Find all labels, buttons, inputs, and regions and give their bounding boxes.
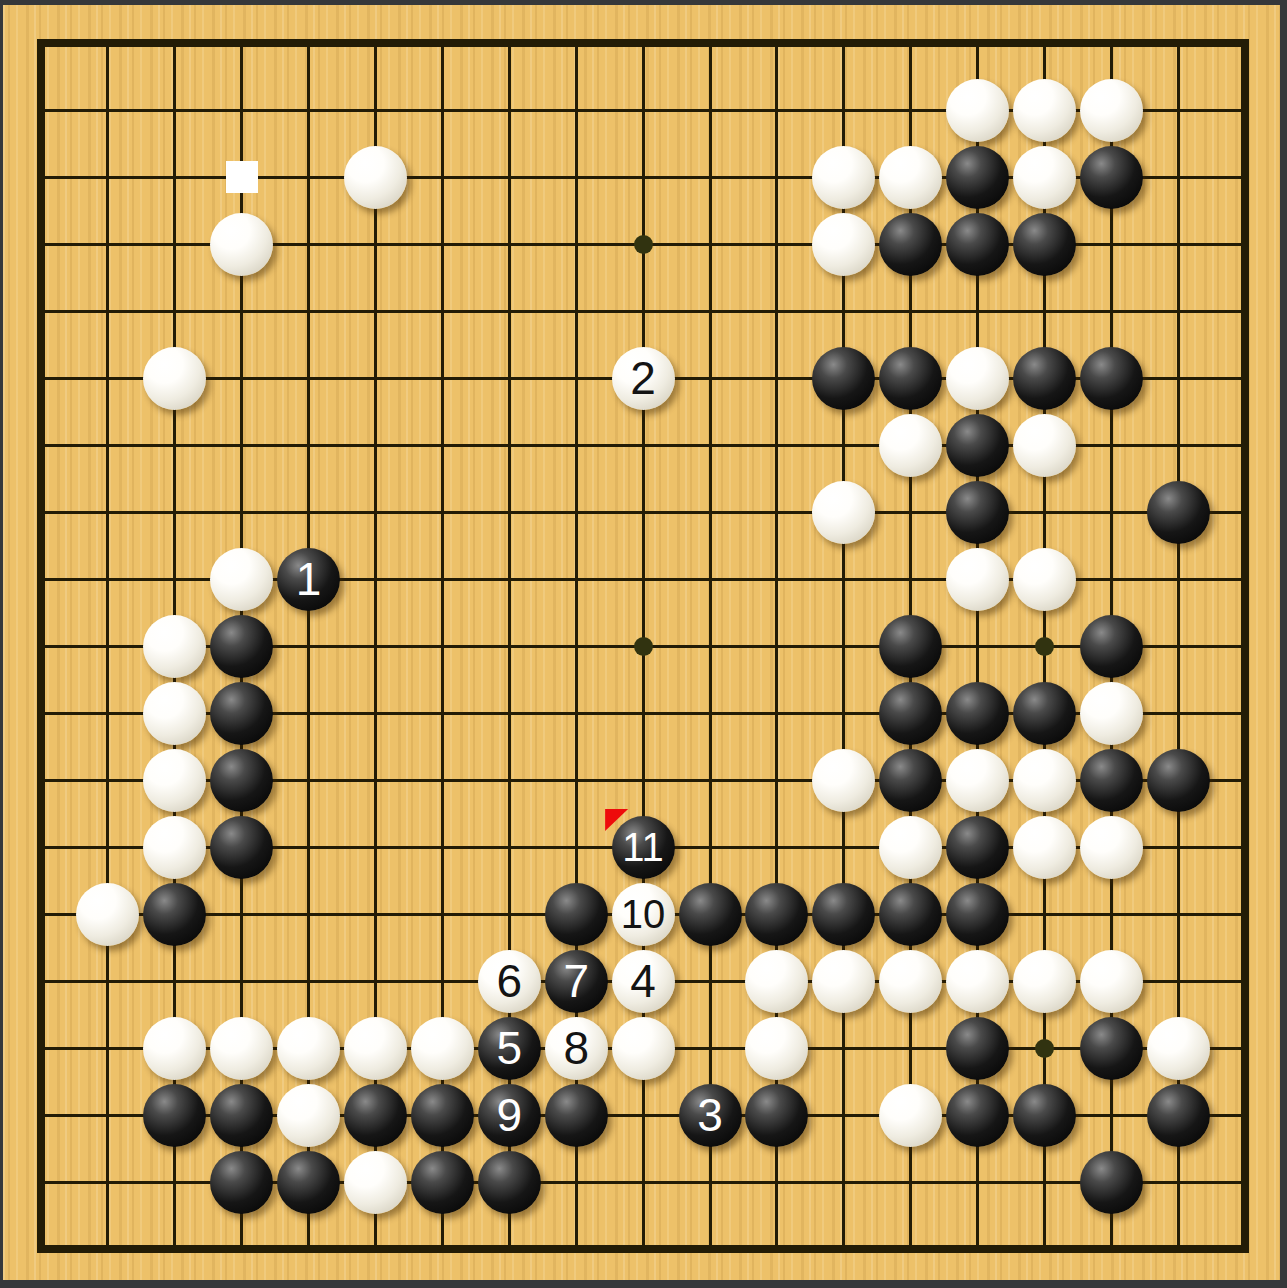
go-board: 2111106745893 — [3, 5, 1280, 1280]
stone-black-17-3[interactable] — [1080, 146, 1143, 209]
stone-black-15-8[interactable] — [946, 481, 1009, 544]
stone-white-5-17[interactable] — [277, 1084, 340, 1147]
star-point-10-4 — [634, 235, 653, 254]
stone-black-7-17[interactable] — [411, 1084, 474, 1147]
stone-black-5-9[interactable]: 1 — [277, 548, 340, 611]
stone-white-4-9[interactable] — [210, 548, 273, 611]
stone-white-8-15[interactable]: 6 — [478, 950, 541, 1013]
stone-black-15-7[interactable] — [946, 414, 1009, 477]
stone-black-4-12[interactable] — [210, 749, 273, 812]
move-number-label: 1 — [296, 556, 322, 602]
stone-white-14-7[interactable] — [879, 414, 942, 477]
stone-black-6-17[interactable] — [344, 1084, 407, 1147]
stone-black-14-6[interactable] — [879, 347, 942, 410]
stone-white-3-13[interactable] — [143, 816, 206, 879]
stone-black-14-11[interactable] — [879, 682, 942, 745]
stone-black-9-15[interactable]: 7 — [545, 950, 608, 1013]
stone-black-3-14[interactable] — [143, 883, 206, 946]
stone-white-17-15[interactable] — [1080, 950, 1143, 1013]
stone-white-3-11[interactable] — [143, 682, 206, 745]
stone-white-2-14[interactable] — [76, 883, 139, 946]
stone-white-12-15[interactable] — [745, 950, 808, 1013]
stone-white-9-16[interactable]: 8 — [545, 1017, 608, 1080]
stone-black-5-18[interactable] — [277, 1151, 340, 1214]
stone-black-14-14[interactable] — [879, 883, 942, 946]
stone-white-13-12[interactable] — [812, 749, 875, 812]
stone-white-18-16[interactable] — [1147, 1017, 1210, 1080]
stone-black-16-4[interactable] — [1013, 213, 1076, 276]
stone-black-12-14[interactable] — [745, 883, 808, 946]
move-number-label: 7 — [563, 958, 589, 1004]
stone-white-16-15[interactable] — [1013, 950, 1076, 1013]
stone-white-12-16[interactable] — [745, 1017, 808, 1080]
stone-white-3-16[interactable] — [143, 1017, 206, 1080]
stone-black-11-14[interactable] — [679, 883, 742, 946]
stone-black-18-17[interactable] — [1147, 1084, 1210, 1147]
stone-black-7-18[interactable] — [411, 1151, 474, 1214]
stone-black-11-17[interactable]: 3 — [679, 1084, 742, 1147]
stone-black-4-11[interactable] — [210, 682, 273, 745]
stone-white-14-15[interactable] — [879, 950, 942, 1013]
stone-black-15-4[interactable] — [946, 213, 1009, 276]
move-number-label: 6 — [497, 958, 523, 1004]
stone-white-17-13[interactable] — [1080, 816, 1143, 879]
stone-white-13-15[interactable] — [812, 950, 875, 1013]
stone-white-4-16[interactable] — [210, 1017, 273, 1080]
stone-black-10-13[interactable]: 11 — [612, 816, 675, 879]
stone-white-17-11[interactable] — [1080, 682, 1143, 745]
stone-white-14-17[interactable] — [879, 1084, 942, 1147]
stone-white-6-3[interactable] — [344, 146, 407, 209]
stone-black-15-3[interactable] — [946, 146, 1009, 209]
stone-white-15-6[interactable] — [946, 347, 1009, 410]
stone-white-14-13[interactable] — [879, 816, 942, 879]
stone-white-3-6[interactable] — [143, 347, 206, 410]
stone-black-13-14[interactable] — [812, 883, 875, 946]
move-number-label: 10 — [621, 894, 666, 934]
stone-white-15-15[interactable] — [946, 950, 1009, 1013]
stone-black-18-8[interactable] — [1147, 481, 1210, 544]
stone-black-13-6[interactable] — [812, 347, 875, 410]
stone-black-14-12[interactable] — [879, 749, 942, 812]
stone-black-17-12[interactable] — [1080, 749, 1143, 812]
stone-white-13-4[interactable] — [812, 213, 875, 276]
stone-black-17-6[interactable] — [1080, 347, 1143, 410]
stone-black-4-18[interactable] — [210, 1151, 273, 1214]
stone-black-18-12[interactable] — [1147, 749, 1210, 812]
white-square-marker — [226, 161, 258, 193]
stone-black-4-10[interactable] — [210, 615, 273, 678]
stone-white-6-18[interactable] — [344, 1151, 407, 1214]
stone-white-16-2[interactable] — [1013, 79, 1076, 142]
stone-black-16-11[interactable] — [1013, 682, 1076, 745]
star-point-16-10 — [1035, 637, 1054, 656]
grid-vline-11 — [709, 39, 712, 1253]
move-number-label: 5 — [497, 1025, 523, 1071]
star-point-16-16 — [1035, 1039, 1054, 1058]
stone-white-3-12[interactable] — [143, 749, 206, 812]
move-number-label: 4 — [630, 958, 656, 1004]
star-point-10-10 — [634, 637, 653, 656]
stone-black-17-10[interactable] — [1080, 615, 1143, 678]
grid-vline-19 — [1241, 39, 1249, 1253]
go-app-window: { "game": "Go (19x19 goban)", "board": {… — [0, 0, 1287, 1288]
stone-white-5-16[interactable] — [277, 1017, 340, 1080]
move-number-label: 9 — [497, 1092, 523, 1138]
stone-black-8-16[interactable]: 5 — [478, 1017, 541, 1080]
stone-black-15-14[interactable] — [946, 883, 1009, 946]
stone-white-6-16[interactable] — [344, 1017, 407, 1080]
stone-white-3-10[interactable] — [143, 615, 206, 678]
stone-white-16-9[interactable] — [1013, 548, 1076, 611]
stone-white-17-2[interactable] — [1080, 79, 1143, 142]
stone-black-8-18[interactable] — [478, 1151, 541, 1214]
move-number-label: 3 — [697, 1092, 723, 1138]
stone-black-17-16[interactable] — [1080, 1017, 1143, 1080]
stone-white-16-3[interactable] — [1013, 146, 1076, 209]
grid-hline-19 — [37, 1245, 1249, 1253]
stone-white-4-4[interactable] — [210, 213, 273, 276]
stone-black-4-13[interactable] — [210, 816, 273, 879]
stone-black-12-17[interactable] — [745, 1084, 808, 1147]
move-number-label: 11 — [622, 827, 664, 867]
stone-white-13-3[interactable] — [812, 146, 875, 209]
stone-white-10-16[interactable] — [612, 1017, 675, 1080]
stone-white-15-9[interactable] — [946, 548, 1009, 611]
stone-white-10-14[interactable]: 10 — [612, 883, 675, 946]
stone-white-15-2[interactable] — [946, 79, 1009, 142]
stone-black-9-17[interactable] — [545, 1084, 608, 1147]
stone-black-4-17[interactable] — [210, 1084, 273, 1147]
stone-black-9-14[interactable] — [545, 883, 608, 946]
stone-white-14-3[interactable] — [879, 146, 942, 209]
stone-black-15-11[interactable] — [946, 682, 1009, 745]
stone-white-10-6[interactable]: 2 — [612, 347, 675, 410]
stone-black-15-17[interactable] — [946, 1084, 1009, 1147]
move-number-label: 8 — [563, 1025, 589, 1071]
stone-black-16-6[interactable] — [1013, 347, 1076, 410]
stone-white-13-8[interactable] — [812, 481, 875, 544]
stone-black-16-17[interactable] — [1013, 1084, 1076, 1147]
stone-black-8-17[interactable]: 9 — [478, 1084, 541, 1147]
stone-black-14-10[interactable] — [879, 615, 942, 678]
stone-white-16-7[interactable] — [1013, 414, 1076, 477]
stone-black-3-17[interactable] — [143, 1084, 206, 1147]
stone-black-15-13[interactable] — [946, 816, 1009, 879]
stone-white-16-12[interactable] — [1013, 749, 1076, 812]
stone-black-14-4[interactable] — [879, 213, 942, 276]
stone-white-10-15[interactable]: 4 — [612, 950, 675, 1013]
move-number-label: 2 — [630, 355, 656, 401]
stone-white-7-16[interactable] — [411, 1017, 474, 1080]
stone-black-15-16[interactable] — [946, 1017, 1009, 1080]
stone-white-16-13[interactable] — [1013, 816, 1076, 879]
stone-black-17-18[interactable] — [1080, 1151, 1143, 1214]
stone-white-15-12[interactable] — [946, 749, 1009, 812]
